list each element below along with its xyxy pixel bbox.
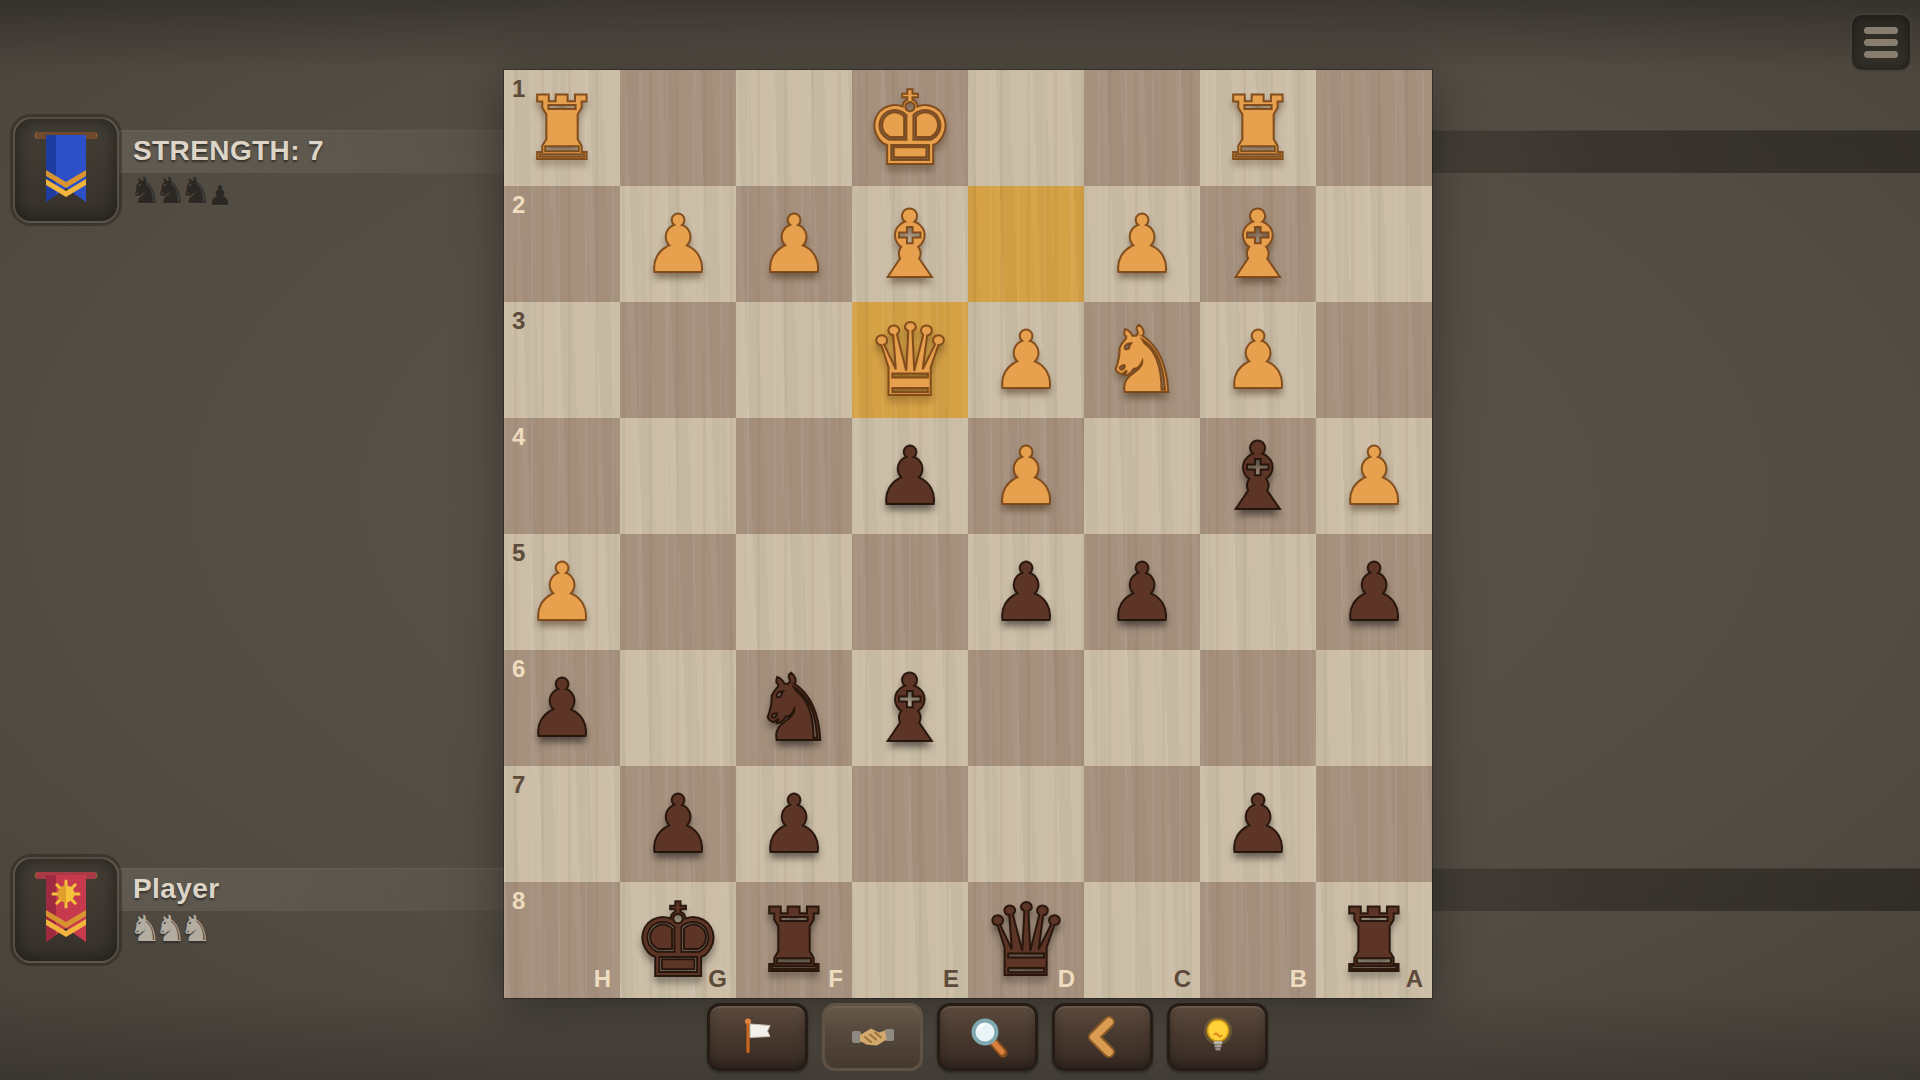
square-f3[interactable] bbox=[736, 302, 852, 418]
square-c6[interactable] bbox=[1084, 650, 1200, 766]
square-h7[interactable]: 7 bbox=[504, 766, 620, 882]
rank-label-1: 1 bbox=[512, 75, 525, 103]
piece-white-pawn[interactable]: ♟ bbox=[1084, 186, 1200, 302]
square-c7[interactable] bbox=[1084, 766, 1200, 882]
piece-white-pawn[interactable]: ♟ bbox=[968, 302, 1084, 418]
file-label-A: A bbox=[1406, 965, 1423, 993]
piece-white-queen[interactable]: ♛ bbox=[852, 302, 968, 418]
square-a2[interactable] bbox=[1316, 186, 1432, 302]
piece-white-pawn[interactable]: ♟ bbox=[1316, 418, 1432, 534]
square-b6[interactable] bbox=[1200, 650, 1316, 766]
square-b8[interactable]: B bbox=[1200, 882, 1316, 998]
piece-white-knight[interactable]: ♞ bbox=[1084, 302, 1200, 418]
hint-button[interactable] bbox=[1167, 1003, 1268, 1071]
top-player-avatar bbox=[13, 117, 119, 223]
square-b1[interactable]: ♜ bbox=[1200, 70, 1316, 186]
magnifier-icon bbox=[966, 1015, 1010, 1059]
file-label-F: F bbox=[828, 965, 843, 993]
piece-black-bishop[interactable]: ♝ bbox=[852, 650, 968, 766]
square-h3[interactable]: 3 bbox=[504, 302, 620, 418]
square-e2[interactable]: ♝ bbox=[852, 186, 968, 302]
piece-white-rook[interactable]: ♜ bbox=[1200, 70, 1316, 186]
square-e8[interactable]: E bbox=[852, 882, 968, 998]
piece-black-pawn[interactable]: ♟ bbox=[736, 766, 852, 882]
bottom-player-name: Player bbox=[133, 873, 219, 905]
square-g7[interactable]: ♟ bbox=[620, 766, 736, 882]
piece-black-pawn[interactable]: ♟ bbox=[968, 534, 1084, 650]
square-a6[interactable] bbox=[1316, 650, 1432, 766]
square-d7[interactable] bbox=[968, 766, 1084, 882]
piece-white-bishop[interactable]: ♝ bbox=[1200, 186, 1316, 302]
chess-board: 1♜♚♜2♟♟♝♟♝3♛♟♞♟4♟♟♝♟5♟♟♟♟6♟♞♝7♟♟♟8HG♚F♜E… bbox=[504, 70, 1432, 998]
square-c8[interactable]: C bbox=[1084, 882, 1200, 998]
offer-draw-button[interactable] bbox=[822, 1003, 923, 1071]
bottom-player-avatar bbox=[13, 857, 119, 963]
rank-label-2: 2 bbox=[512, 191, 525, 219]
square-h8[interactable]: 8H bbox=[504, 882, 620, 998]
square-e5[interactable] bbox=[852, 534, 968, 650]
pawn-silhouette: ♟ bbox=[208, 182, 232, 209]
square-a7[interactable] bbox=[1316, 766, 1432, 882]
bottom-captured-tray: ♞♞♞ bbox=[129, 911, 205, 947]
square-g4[interactable] bbox=[620, 418, 736, 534]
square-c2[interactable]: ♟ bbox=[1084, 186, 1200, 302]
piece-black-pawn[interactable]: ♟ bbox=[852, 418, 968, 534]
rank-label-6: 6 bbox=[512, 655, 525, 683]
file-label-C: C bbox=[1174, 965, 1191, 993]
square-c5[interactable]: ♟ bbox=[1084, 534, 1200, 650]
lightbulb-icon bbox=[1196, 1015, 1240, 1059]
square-e4[interactable]: ♟ bbox=[852, 418, 968, 534]
square-h2[interactable]: 2 bbox=[504, 186, 620, 302]
top-captured-tray: ♞♞♞♟ bbox=[129, 173, 232, 209]
square-a3[interactable] bbox=[1316, 302, 1432, 418]
red-banner-icon bbox=[33, 864, 99, 956]
square-g2[interactable]: ♟ bbox=[620, 186, 736, 302]
square-f1[interactable] bbox=[736, 70, 852, 186]
square-e6[interactable]: ♝ bbox=[852, 650, 968, 766]
square-g1[interactable] bbox=[620, 70, 736, 186]
main-menu-button[interactable] bbox=[1850, 13, 1912, 72]
square-d8[interactable]: D♛ bbox=[968, 882, 1084, 998]
piece-white-king[interactable]: ♚ bbox=[852, 70, 968, 186]
square-h6[interactable]: 6♟ bbox=[504, 650, 620, 766]
square-b4[interactable]: ♝ bbox=[1200, 418, 1316, 534]
square-f2[interactable]: ♟ bbox=[736, 186, 852, 302]
piece-black-bishop[interactable]: ♝ bbox=[1200, 418, 1316, 534]
rank-label-4: 4 bbox=[512, 423, 525, 451]
square-g6[interactable] bbox=[620, 650, 736, 766]
square-e1[interactable]: ♚ bbox=[852, 70, 968, 186]
square-d2[interactable] bbox=[968, 186, 1084, 302]
square-b5[interactable] bbox=[1200, 534, 1316, 650]
square-g5[interactable] bbox=[620, 534, 736, 650]
square-d3[interactable]: ♟ bbox=[968, 302, 1084, 418]
square-b7[interactable]: ♟ bbox=[1200, 766, 1316, 882]
rank-label-8: 8 bbox=[512, 887, 525, 915]
top-player-name: STRENGTH: 7 bbox=[133, 135, 324, 167]
piece-white-pawn[interactable]: ♟ bbox=[968, 418, 1084, 534]
file-label-B: B bbox=[1290, 965, 1307, 993]
square-f4[interactable] bbox=[736, 418, 852, 534]
handshake-icon bbox=[851, 1015, 895, 1059]
piece-black-pawn[interactable]: ♟ bbox=[1200, 766, 1316, 882]
analyze-button[interactable] bbox=[937, 1003, 1038, 1071]
square-f5[interactable] bbox=[736, 534, 852, 650]
back-arrow-icon bbox=[1081, 1015, 1125, 1059]
square-c4[interactable] bbox=[1084, 418, 1200, 534]
square-d4[interactable]: ♟ bbox=[968, 418, 1084, 534]
file-label-E: E bbox=[943, 965, 959, 993]
piece-white-pawn[interactable]: ♟ bbox=[1200, 302, 1316, 418]
white-flag-icon bbox=[736, 1015, 780, 1059]
file-label-H: H bbox=[594, 965, 611, 993]
square-b2[interactable]: ♝ bbox=[1200, 186, 1316, 302]
file-label-G: G bbox=[708, 965, 727, 993]
square-b3[interactable]: ♟ bbox=[1200, 302, 1316, 418]
blue-banner-icon bbox=[33, 124, 99, 216]
rank-label-7: 7 bbox=[512, 771, 525, 799]
piece-white-bishop[interactable]: ♝ bbox=[852, 186, 968, 302]
square-h4[interactable]: 4 bbox=[504, 418, 620, 534]
chess-app-screen: STRENGTH: 7 ♞♞♞♟ Player ♞♞ bbox=[0, 0, 1920, 1080]
game-toolbar bbox=[707, 1003, 1268, 1071]
resign-button[interactable] bbox=[707, 1003, 808, 1071]
piece-black-pawn[interactable]: ♟ bbox=[1084, 534, 1200, 650]
square-d5[interactable]: ♟ bbox=[968, 534, 1084, 650]
rank-label-5: 5 bbox=[512, 539, 525, 567]
piece-black-knight[interactable]: ♞ bbox=[736, 650, 852, 766]
board-grid: 1♜♚♜2♟♟♝♟♝3♛♟♞♟4♟♟♝♟5♟♟♟♟6♟♞♝7♟♟♟8HG♚F♜E… bbox=[504, 70, 1432, 998]
square-c3[interactable]: ♞ bbox=[1084, 302, 1200, 418]
square-e3[interactable]: ♛ bbox=[852, 302, 968, 418]
square-a4[interactable]: ♟ bbox=[1316, 418, 1432, 534]
square-h1[interactable]: 1♜ bbox=[504, 70, 620, 186]
square-a5[interactable]: ♟ bbox=[1316, 534, 1432, 650]
square-c1[interactable] bbox=[1084, 70, 1200, 186]
square-g8[interactable]: G♚ bbox=[620, 882, 736, 998]
square-a1[interactable] bbox=[1316, 70, 1432, 186]
undo-button[interactable] bbox=[1052, 1003, 1153, 1071]
square-a8[interactable]: A♜ bbox=[1316, 882, 1432, 998]
square-f7[interactable]: ♟ bbox=[736, 766, 852, 882]
square-d1[interactable] bbox=[968, 70, 1084, 186]
square-f8[interactable]: F♜ bbox=[736, 882, 852, 998]
piece-white-pawn[interactable]: ♟ bbox=[736, 186, 852, 302]
square-f6[interactable]: ♞ bbox=[736, 650, 852, 766]
piece-black-pawn[interactable]: ♟ bbox=[1316, 534, 1432, 650]
square-d6[interactable] bbox=[968, 650, 1084, 766]
piece-black-pawn[interactable]: ♟ bbox=[620, 766, 736, 882]
file-label-D: D bbox=[1058, 965, 1075, 993]
knight-silhouette: ♞ bbox=[180, 911, 212, 947]
square-g3[interactable] bbox=[620, 302, 736, 418]
piece-white-pawn[interactable]: ♟ bbox=[620, 186, 736, 302]
square-e7[interactable] bbox=[852, 766, 968, 882]
square-h5[interactable]: 5♟ bbox=[504, 534, 620, 650]
rank-label-3: 3 bbox=[512, 307, 525, 335]
